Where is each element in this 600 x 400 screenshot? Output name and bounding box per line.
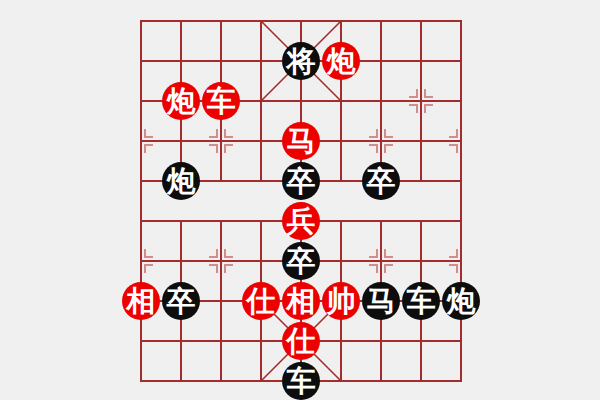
piece-black-general[interactable]: 将 bbox=[282, 42, 320, 80]
piece-red-advisor[interactable]: 仕 bbox=[282, 322, 320, 360]
piece-red-general[interactable]: 帅 bbox=[322, 282, 360, 320]
piece-black-horse[interactable]: 马 bbox=[362, 282, 400, 320]
board-cell bbox=[220, 20, 260, 60]
piece-black-chariot[interactable]: 车 bbox=[282, 362, 320, 400]
board-cell bbox=[180, 20, 220, 60]
board-cell bbox=[380, 20, 420, 60]
xiangqi-diagram: 将炮炮车马炮卒卒兵卒相卒仕相帅马车炮仕车 bbox=[0, 0, 600, 400]
board-cell bbox=[420, 140, 460, 180]
piece-red-elephant[interactable]: 相 bbox=[122, 282, 160, 320]
river-cell bbox=[220, 180, 260, 220]
piece-red-elephant[interactable]: 相 bbox=[282, 282, 320, 320]
piece-red-cannon[interactable]: 炮 bbox=[162, 82, 200, 120]
board-cell bbox=[380, 220, 420, 260]
piece-black-chariot[interactable]: 车 bbox=[402, 282, 440, 320]
board-cell bbox=[340, 340, 380, 380]
board-cell bbox=[140, 20, 180, 60]
board-cell bbox=[420, 60, 460, 100]
piece-red-soldier[interactable]: 兵 bbox=[282, 202, 320, 240]
piece-red-cannon[interactable]: 炮 bbox=[322, 42, 360, 80]
piece-black-soldier[interactable]: 卒 bbox=[282, 162, 320, 200]
piece-red-chariot[interactable]: 车 bbox=[202, 82, 240, 120]
board-cell bbox=[220, 220, 260, 260]
board-cell bbox=[220, 340, 260, 380]
xiangqi-board[interactable]: 将炮炮车马炮卒卒兵卒相卒仕相帅马车炮仕车 bbox=[140, 20, 460, 380]
board-cell bbox=[380, 340, 420, 380]
board-cell bbox=[380, 60, 420, 100]
board-cell bbox=[380, 100, 420, 140]
board-cell bbox=[340, 220, 380, 260]
piece-black-soldier[interactable]: 卒 bbox=[362, 162, 400, 200]
piece-red-advisor[interactable]: 仕 bbox=[242, 282, 280, 320]
piece-black-soldier[interactable]: 卒 bbox=[282, 242, 320, 280]
board-cell bbox=[340, 100, 380, 140]
piece-black-cannon[interactable]: 炮 bbox=[442, 282, 480, 320]
board-cell bbox=[180, 220, 220, 260]
board-cell bbox=[420, 220, 460, 260]
board-cell bbox=[180, 340, 220, 380]
board-cell bbox=[420, 20, 460, 60]
board-cell bbox=[420, 340, 460, 380]
board-cell bbox=[140, 340, 180, 380]
board-cell bbox=[140, 220, 180, 260]
board-cell bbox=[220, 140, 260, 180]
piece-black-soldier[interactable]: 卒 bbox=[162, 282, 200, 320]
river-cell bbox=[420, 180, 460, 220]
piece-black-cannon[interactable]: 炮 bbox=[162, 162, 200, 200]
piece-red-horse[interactable]: 马 bbox=[282, 122, 320, 160]
board-cell bbox=[420, 100, 460, 140]
